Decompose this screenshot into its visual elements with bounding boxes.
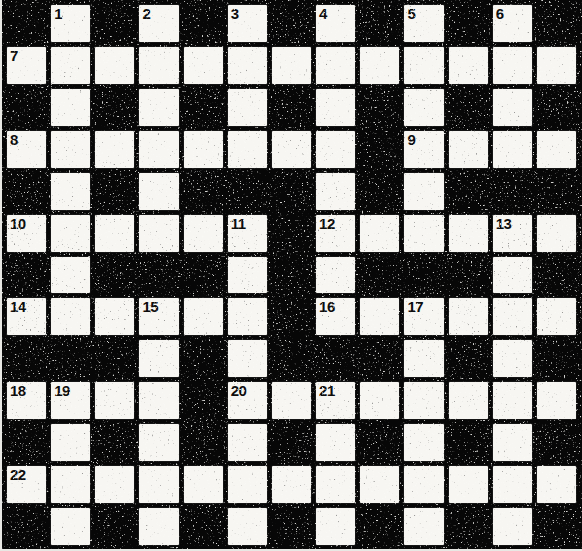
cell[interactable] [493,257,532,294]
cell[interactable] [272,47,311,84]
cell[interactable] [51,47,90,84]
cell[interactable] [360,47,399,84]
cell[interactable] [184,215,223,252]
cell[interactable] [51,508,90,545]
clue-number: 20 [231,382,247,400]
clue-number: 16 [319,298,335,316]
block-cell [95,257,134,294]
block-cell [7,5,46,42]
cell[interactable] [51,215,90,252]
cell[interactable]: 9 [404,131,443,168]
block-cell [449,173,488,210]
block-cell [493,173,532,210]
block-cell [95,424,134,461]
cell[interactable] [51,424,90,461]
cell[interactable] [95,466,134,503]
block-cell [184,5,223,42]
cell[interactable]: 19 [51,382,90,419]
cell[interactable] [51,131,90,168]
cell[interactable] [272,382,311,419]
cell[interactable] [404,382,443,419]
cell[interactable]: 12 [316,215,355,252]
block-cell [272,257,311,294]
block-cell [184,340,223,377]
block-cell [316,340,355,377]
block-cell [51,340,90,377]
block-cell [95,89,134,126]
block-cell [7,89,46,126]
block-cell [537,424,576,461]
cell[interactable] [537,382,576,419]
cell[interactable]: 21 [316,382,355,419]
cell[interactable] [537,466,576,503]
block-cell [95,508,134,545]
cell[interactable] [51,298,90,335]
cell[interactable] [449,47,488,84]
cell[interactable] [228,298,267,335]
clue-number: 11 [231,215,246,233]
cell[interactable] [95,215,134,252]
block-cell [7,173,46,210]
cell[interactable] [51,173,90,210]
cell[interactable] [404,173,443,210]
block-cell [272,508,311,545]
clue-number: 12 [319,215,335,233]
block-cell [449,89,488,126]
cell[interactable] [404,47,443,84]
clue-number: 17 [407,298,423,316]
cell[interactable] [360,215,399,252]
cell[interactable]: 17 [404,298,443,335]
block-cell [184,173,223,210]
cell[interactable] [449,466,488,503]
cell[interactable] [316,173,355,210]
clue-number: 3 [231,5,239,23]
cell[interactable] [139,508,178,545]
block-cell [360,173,399,210]
cell[interactable] [316,424,355,461]
cell[interactable]: 3 [228,5,267,42]
cell[interactable] [139,466,178,503]
clue-number: 14 [10,298,26,316]
cell[interactable]: 14 [7,298,46,335]
block-cell [449,340,488,377]
block-cell [537,340,576,377]
cell[interactable] [404,215,443,252]
cell[interactable] [228,257,267,294]
block-cell [537,173,576,210]
cell[interactable] [449,382,488,419]
cell[interactable]: 18 [7,382,46,419]
cell[interactable] [316,466,355,503]
crossword-board: 12345678910111213141516171819202122 [0,0,582,551]
cell[interactable] [184,47,223,84]
cell[interactable] [272,466,311,503]
cell[interactable] [404,89,443,126]
block-cell [404,257,443,294]
block-cell [184,89,223,126]
block-cell [184,382,223,419]
block-cell [449,424,488,461]
cell[interactable] [493,47,532,84]
cell[interactable] [228,340,267,377]
cell[interactable] [404,508,443,545]
block-cell [537,5,576,42]
block-cell [537,508,576,545]
clue-number: 2 [142,5,150,23]
block-cell [360,424,399,461]
cell[interactable] [449,131,488,168]
block-cell [449,5,488,42]
cell[interactable] [228,47,267,84]
clue-number: 7 [10,47,18,65]
clue-number: 13 [496,215,512,233]
cell[interactable] [139,215,178,252]
cell[interactable]: 7 [7,47,46,84]
block-cell [360,257,399,294]
cell[interactable] [493,382,532,419]
clue-number: 6 [496,5,504,23]
clue-number: 19 [54,382,70,400]
block-cell [95,173,134,210]
cell[interactable] [316,89,355,126]
cell[interactable] [95,131,134,168]
cell[interactable] [404,424,443,461]
cell[interactable] [316,508,355,545]
cell[interactable] [51,257,90,294]
crossword-grid: 12345678910111213141516171819202122 [7,5,576,545]
cell[interactable] [51,89,90,126]
block-cell [7,424,46,461]
cell[interactable]: 2 [139,5,178,42]
cell[interactable] [139,131,178,168]
cell[interactable] [228,466,267,503]
block-cell [537,89,576,126]
cell[interactable] [537,131,576,168]
cell[interactable]: 1 [51,5,90,42]
block-cell [184,257,223,294]
cell[interactable] [404,466,443,503]
cell[interactable] [139,89,178,126]
cell[interactable] [184,131,223,168]
cell[interactable] [316,47,355,84]
block-cell [272,89,311,126]
cell[interactable] [95,47,134,84]
cell[interactable]: 4 [316,5,355,42]
cell[interactable]: 13 [493,215,532,252]
block-cell [360,508,399,545]
cell[interactable] [228,131,267,168]
block-cell [449,508,488,545]
clue-number: 5 [407,5,415,23]
block-cell [272,424,311,461]
cell[interactable]: 16 [316,298,355,335]
cell[interactable] [272,131,311,168]
block-cell [7,340,46,377]
cell[interactable] [493,508,532,545]
cell[interactable] [404,340,443,377]
clue-number: 8 [10,131,18,149]
cell[interactable]: 22 [7,466,46,503]
block-cell [95,340,134,377]
clue-number: 18 [10,382,26,400]
clue-number: 1 [54,5,62,23]
cell[interactable] [95,382,134,419]
cell[interactable] [537,215,576,252]
block-cell [449,257,488,294]
block-cell [228,173,267,210]
cell[interactable] [95,298,134,335]
block-cell [7,508,46,545]
cell[interactable] [537,298,576,335]
cell[interactable]: 8 [7,131,46,168]
block-cell [537,257,576,294]
cell[interactable] [139,47,178,84]
cell[interactable] [493,89,532,126]
block-cell [7,257,46,294]
block-cell [272,5,311,42]
cell[interactable] [51,466,90,503]
block-cell [360,89,399,126]
cell[interactable] [228,508,267,545]
clue-number: 21 [319,382,335,400]
cell[interactable] [139,173,178,210]
cell[interactable] [228,424,267,461]
cell[interactable] [184,298,223,335]
cell[interactable]: 6 [493,5,532,42]
cell[interactable]: 10 [7,215,46,252]
cell[interactable] [316,131,355,168]
clue-number: 22 [10,466,26,484]
cell[interactable]: 11 [228,215,267,252]
cell[interactable] [449,215,488,252]
block-cell [184,424,223,461]
clue-number: 15 [142,298,158,316]
cell[interactable] [493,298,532,335]
clue-number: 4 [319,5,327,23]
cell[interactable] [493,131,532,168]
block-cell [272,173,311,210]
block-cell [272,215,311,252]
clue-number: 9 [407,131,415,149]
clue-number: 10 [10,215,26,233]
block-cell [360,5,399,42]
cell[interactable] [449,298,488,335]
cell[interactable]: 20 [228,382,267,419]
cell[interactable] [360,382,399,419]
cell[interactable] [493,340,532,377]
block-cell [272,298,311,335]
block-cell [360,131,399,168]
cell[interactable] [360,298,399,335]
cell[interactable]: 5 [404,5,443,42]
block-cell [360,340,399,377]
cell[interactable] [184,466,223,503]
cell[interactable] [493,466,532,503]
cell[interactable] [139,424,178,461]
block-cell [139,257,178,294]
cell[interactable]: 15 [139,298,178,335]
cell[interactable] [537,47,576,84]
cell[interactable] [228,89,267,126]
cell[interactable] [139,340,178,377]
block-cell [95,5,134,42]
cell[interactable] [139,382,178,419]
block-cell [184,508,223,545]
cell[interactable] [493,424,532,461]
block-cell [272,340,311,377]
cell[interactable] [360,466,399,503]
cell[interactable] [316,257,355,294]
